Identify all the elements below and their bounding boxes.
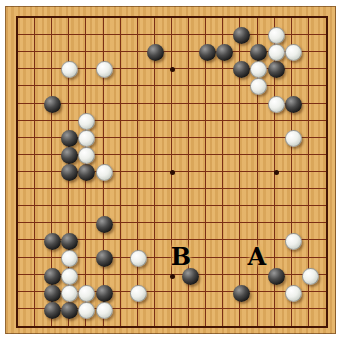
grid-cell <box>138 309 155 326</box>
grid-cell <box>155 223 172 240</box>
grid-cell <box>52 258 69 275</box>
grid-cell <box>275 104 292 121</box>
grid-cell <box>52 172 69 189</box>
grid-cell <box>189 240 206 257</box>
grid-cell <box>206 240 223 257</box>
grid-cell <box>35 35 52 52</box>
grid-cell <box>35 275 52 292</box>
grid-cell <box>275 275 292 292</box>
grid-cell <box>18 121 35 138</box>
grid-cell <box>86 258 103 275</box>
grid-cell <box>35 172 52 189</box>
grid-cell <box>206 104 223 121</box>
grid-cell <box>155 206 172 223</box>
grid-cell <box>172 138 189 155</box>
grid-cell <box>104 52 121 69</box>
grid-cell <box>240 155 257 172</box>
grid-cell <box>104 35 121 52</box>
grid-cell <box>69 86 86 103</box>
grid-cell <box>35 206 52 223</box>
grid-cell <box>18 309 35 326</box>
grid-cell <box>86 206 103 223</box>
grid-cell <box>275 52 292 69</box>
grid-cell <box>121 258 138 275</box>
grid-cell <box>172 155 189 172</box>
grid-cell <box>258 104 275 121</box>
grid-cell <box>35 240 52 257</box>
grid-cell <box>172 223 189 240</box>
grid-cell <box>155 138 172 155</box>
grid-cell <box>138 206 155 223</box>
grid-cell <box>121 86 138 103</box>
grid-cell <box>138 240 155 257</box>
grid-cell <box>223 155 240 172</box>
grid-cell <box>275 86 292 103</box>
grid-cell <box>155 275 172 292</box>
grid-cell <box>35 155 52 172</box>
grid-cell <box>69 309 86 326</box>
grid-cell <box>52 86 69 103</box>
grid-cell <box>240 309 257 326</box>
grid-cell <box>35 189 52 206</box>
grid-cell <box>69 52 86 69</box>
grid-cell <box>258 86 275 103</box>
grid-cell <box>138 52 155 69</box>
grid-cell <box>258 240 275 257</box>
grid-cell <box>52 69 69 86</box>
grid-cell <box>121 121 138 138</box>
grid-cell <box>155 52 172 69</box>
grid-cell <box>292 172 309 189</box>
grid-cell <box>189 309 206 326</box>
grid-cell <box>309 309 326 326</box>
grid-cell <box>223 258 240 275</box>
grid-cell <box>155 18 172 35</box>
grid-cell <box>206 18 223 35</box>
grid-cell <box>240 206 257 223</box>
grid-cell <box>138 69 155 86</box>
grid-cell <box>69 172 86 189</box>
grid-cell <box>292 138 309 155</box>
grid-cell <box>189 275 206 292</box>
grid-cell <box>172 35 189 52</box>
grid-cell <box>189 104 206 121</box>
grid-cell <box>138 189 155 206</box>
grid-cell <box>275 155 292 172</box>
grid-cell <box>104 189 121 206</box>
grid-cell <box>240 69 257 86</box>
grid-cell <box>155 258 172 275</box>
grid-cell <box>275 309 292 326</box>
grid-cell <box>275 223 292 240</box>
grid-cell <box>35 69 52 86</box>
grid-cell <box>309 189 326 206</box>
grid-cell <box>69 121 86 138</box>
grid-cell <box>189 18 206 35</box>
grid-cell <box>69 18 86 35</box>
grid-cell <box>18 52 35 69</box>
grid-cell <box>189 206 206 223</box>
grid-cell <box>223 35 240 52</box>
grid-cell <box>18 69 35 86</box>
grid-cell <box>223 172 240 189</box>
grid-cell <box>206 309 223 326</box>
grid-cell <box>69 189 86 206</box>
grid-cell <box>292 292 309 309</box>
grid-cell <box>223 292 240 309</box>
grid-cell <box>292 18 309 35</box>
grid-cell <box>155 121 172 138</box>
grid-cell <box>292 52 309 69</box>
grid-cell <box>292 275 309 292</box>
grid-cell <box>86 52 103 69</box>
grid-cell <box>18 155 35 172</box>
grid-cell <box>309 223 326 240</box>
grid-cell <box>223 18 240 35</box>
grid-cell <box>292 35 309 52</box>
grid-cell <box>206 86 223 103</box>
grid-cell <box>104 172 121 189</box>
grid-cell <box>69 240 86 257</box>
grid-cell <box>223 104 240 121</box>
grid-cell <box>86 18 103 35</box>
grid-cell <box>18 240 35 257</box>
grid-cell <box>275 69 292 86</box>
grid-cell <box>189 121 206 138</box>
grid-cell <box>258 206 275 223</box>
grid-cell <box>155 240 172 257</box>
grid-cell <box>69 155 86 172</box>
grid-cell <box>189 52 206 69</box>
grid-cell <box>240 189 257 206</box>
grid-cell <box>121 69 138 86</box>
grid-cell <box>275 35 292 52</box>
grid-cell <box>35 309 52 326</box>
grid-cell <box>155 86 172 103</box>
grid-cell <box>223 121 240 138</box>
grid-cell <box>104 155 121 172</box>
grid-cell <box>121 172 138 189</box>
grid-cell <box>52 155 69 172</box>
grid-cell <box>275 138 292 155</box>
grid-cell <box>258 223 275 240</box>
grid-cell <box>206 121 223 138</box>
grid-cell <box>18 138 35 155</box>
grid-cell <box>309 138 326 155</box>
grid-cell <box>206 275 223 292</box>
grid-cell <box>35 18 52 35</box>
grid-cell <box>223 86 240 103</box>
grid-cell <box>206 35 223 52</box>
grid-cell <box>155 104 172 121</box>
grid-cell <box>35 121 52 138</box>
grid-cell <box>104 223 121 240</box>
grid-cell <box>121 309 138 326</box>
grid-cell <box>86 189 103 206</box>
grid-cell <box>189 69 206 86</box>
grid-cell <box>121 189 138 206</box>
grid-cell <box>86 275 103 292</box>
grid-cell <box>258 275 275 292</box>
grid-cell <box>275 189 292 206</box>
grid-cell <box>18 172 35 189</box>
grid-cell <box>275 240 292 257</box>
grid-cell <box>138 258 155 275</box>
grid-cell <box>121 223 138 240</box>
grid-cell <box>86 86 103 103</box>
grid-cell <box>121 104 138 121</box>
grid-cell <box>189 138 206 155</box>
grid-cell <box>309 18 326 35</box>
grid-cell <box>121 155 138 172</box>
grid-cell <box>155 35 172 52</box>
grid-cell <box>223 223 240 240</box>
grid-cell <box>189 292 206 309</box>
grid-cell <box>206 155 223 172</box>
grid-cell <box>240 258 257 275</box>
grid-cell <box>189 86 206 103</box>
grid-cell <box>309 104 326 121</box>
grid-cell <box>240 86 257 103</box>
grid-cell <box>172 69 189 86</box>
grid-cell <box>189 172 206 189</box>
grid-cell <box>240 240 257 257</box>
grid-cell <box>18 18 35 35</box>
grid-cell <box>258 172 275 189</box>
grid-cell <box>104 138 121 155</box>
grid-cell <box>52 206 69 223</box>
grid-cell <box>69 275 86 292</box>
grid-cell <box>172 18 189 35</box>
grid-cell <box>309 52 326 69</box>
grid-cell <box>69 69 86 86</box>
grid-cell <box>189 189 206 206</box>
grid-cell <box>86 104 103 121</box>
grid-cell <box>35 86 52 103</box>
grid-cell <box>104 206 121 223</box>
grid-cell <box>258 189 275 206</box>
grid-cell <box>138 121 155 138</box>
grid-cell <box>155 189 172 206</box>
go-board-screenshot: AB <box>0 0 340 346</box>
grid-cell <box>258 292 275 309</box>
grid-cell <box>86 172 103 189</box>
grid-cell <box>155 155 172 172</box>
grid-cell <box>69 35 86 52</box>
grid-cell <box>138 104 155 121</box>
grid-cell <box>292 121 309 138</box>
grid-cell <box>206 138 223 155</box>
grid-cell <box>240 223 257 240</box>
grid-cell <box>206 172 223 189</box>
grid-cell <box>69 138 86 155</box>
grid-cell <box>172 258 189 275</box>
grid-cell <box>309 155 326 172</box>
grid-cell <box>52 121 69 138</box>
grid-cell <box>121 138 138 155</box>
grid-cell <box>52 138 69 155</box>
grid-cell <box>292 309 309 326</box>
grid-cell <box>121 206 138 223</box>
grid-cell <box>138 138 155 155</box>
grid-cell <box>155 172 172 189</box>
grid-cell <box>121 35 138 52</box>
grid-cell <box>223 275 240 292</box>
grid-cell <box>223 69 240 86</box>
grid-cell <box>172 292 189 309</box>
grid-cell <box>86 292 103 309</box>
grid-cell <box>35 258 52 275</box>
grid-cell <box>86 240 103 257</box>
grid-cell <box>172 240 189 257</box>
grid-cell <box>138 292 155 309</box>
grid-cell <box>240 18 257 35</box>
grid-cell <box>86 35 103 52</box>
grid-cell <box>172 52 189 69</box>
grid-cell <box>35 104 52 121</box>
grid-cell <box>309 292 326 309</box>
grid-cell <box>69 104 86 121</box>
grid-cell <box>172 275 189 292</box>
grid-cell <box>86 69 103 86</box>
grid-cell <box>35 223 52 240</box>
grid-cell <box>138 18 155 35</box>
grid-cell <box>35 292 52 309</box>
grid-cell <box>104 18 121 35</box>
grid-cell <box>206 258 223 275</box>
grid-cell <box>35 52 52 69</box>
grid-cell <box>258 52 275 69</box>
grid-cell <box>206 189 223 206</box>
grid-cell <box>206 52 223 69</box>
grid-cell <box>240 138 257 155</box>
grid-cell <box>206 292 223 309</box>
grid-cell <box>223 52 240 69</box>
grid-cell <box>309 121 326 138</box>
grid-cell <box>292 206 309 223</box>
grid-cell <box>292 104 309 121</box>
grid-cell <box>172 104 189 121</box>
grid-cell <box>155 292 172 309</box>
grid-cell <box>52 275 69 292</box>
grid-cell <box>138 35 155 52</box>
grid-cell <box>18 104 35 121</box>
grid-cell <box>292 86 309 103</box>
grid-cell <box>309 240 326 257</box>
grid-cell <box>258 138 275 155</box>
grid-cell <box>172 121 189 138</box>
grid-cell <box>138 275 155 292</box>
grid-cell <box>240 35 257 52</box>
grid-cell <box>18 189 35 206</box>
grid-cell <box>52 223 69 240</box>
grid-cell <box>292 155 309 172</box>
grid-cell <box>86 121 103 138</box>
grid-cell <box>121 240 138 257</box>
grid-cell <box>223 138 240 155</box>
grid-cell <box>121 292 138 309</box>
grid-cell <box>292 258 309 275</box>
grid-cell <box>189 223 206 240</box>
grid-cell <box>258 309 275 326</box>
grid-cell <box>275 258 292 275</box>
grid-cell <box>104 309 121 326</box>
grid-cell <box>258 18 275 35</box>
grid-cell <box>69 258 86 275</box>
grid-cell <box>121 18 138 35</box>
grid-cell <box>172 189 189 206</box>
grid-cell <box>275 292 292 309</box>
grid-cell <box>52 292 69 309</box>
grid-cell <box>292 240 309 257</box>
grid-cell <box>18 86 35 103</box>
grid-cell <box>240 292 257 309</box>
grid-cell <box>275 206 292 223</box>
grid-cell <box>240 275 257 292</box>
grid-cell <box>69 292 86 309</box>
grid-cell <box>18 35 35 52</box>
grid-cell <box>189 258 206 275</box>
grid-cell <box>240 104 257 121</box>
grid-cell <box>172 309 189 326</box>
grid-cell <box>189 155 206 172</box>
grid-cell <box>309 275 326 292</box>
grid-cell <box>206 69 223 86</box>
grid-cell <box>138 172 155 189</box>
grid-cell <box>52 18 69 35</box>
grid-cell <box>52 189 69 206</box>
grid-cell <box>223 189 240 206</box>
grid-cell <box>206 206 223 223</box>
grid-cell <box>309 258 326 275</box>
grid-cell <box>292 189 309 206</box>
grid-cell <box>309 69 326 86</box>
grid-cell <box>52 35 69 52</box>
grid-cell <box>223 240 240 257</box>
grid-cell <box>52 52 69 69</box>
grid-cell <box>18 223 35 240</box>
grid-cell <box>223 309 240 326</box>
grid-cell <box>52 104 69 121</box>
grid-cell <box>309 172 326 189</box>
grid-cell <box>189 35 206 52</box>
grid-cell <box>86 309 103 326</box>
grid-cell <box>18 292 35 309</box>
grid-cell <box>240 172 257 189</box>
grid-cell <box>104 258 121 275</box>
grid-cell <box>223 206 240 223</box>
grid-cell <box>104 292 121 309</box>
grid-cell <box>292 69 309 86</box>
grid-cell <box>155 309 172 326</box>
grid-cell <box>138 223 155 240</box>
grid-cell <box>52 309 69 326</box>
grid-cell <box>258 155 275 172</box>
grid-cell <box>206 223 223 240</box>
grid-cell <box>18 258 35 275</box>
board-grid[interactable] <box>16 16 328 328</box>
grid-cell <box>258 35 275 52</box>
grid-cell <box>18 275 35 292</box>
grid-cell <box>104 275 121 292</box>
grid-cell <box>35 138 52 155</box>
grid-cell <box>52 240 69 257</box>
grid-cell <box>309 35 326 52</box>
grid-cell <box>86 155 103 172</box>
grid-cell <box>172 86 189 103</box>
grid-cell <box>138 155 155 172</box>
grid-cell <box>172 206 189 223</box>
